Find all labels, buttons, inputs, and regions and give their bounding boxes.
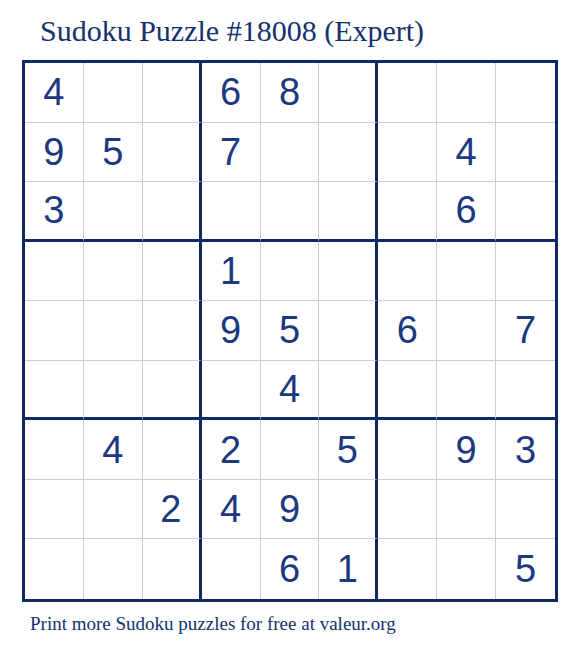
cell-r7c4: 2: [202, 420, 261, 480]
cell-r5c8[interactable]: [437, 301, 496, 361]
cell-r9c5: 6: [261, 539, 320, 599]
cell-r3c6[interactable]: [319, 182, 378, 242]
cell-r5c3[interactable]: [143, 301, 202, 361]
cell-r3c4[interactable]: [202, 182, 261, 242]
cell-r5c4: 9: [202, 301, 261, 361]
cell-r2c1: 9: [25, 123, 84, 183]
cell-r5c9: 7: [496, 301, 555, 361]
cell-r1c2[interactable]: [84, 63, 143, 123]
cell-r4c3[interactable]: [143, 242, 202, 302]
cell-r5c2[interactable]: [84, 301, 143, 361]
cell-r9c3[interactable]: [143, 539, 202, 599]
cell-r5c1[interactable]: [25, 301, 84, 361]
cell-r4c1[interactable]: [25, 242, 84, 302]
cell-r1c3[interactable]: [143, 63, 202, 123]
cell-r9c2[interactable]: [84, 539, 143, 599]
cell-r4c2[interactable]: [84, 242, 143, 302]
cell-r8c6[interactable]: [319, 480, 378, 540]
cell-r3c9[interactable]: [496, 182, 555, 242]
cell-r5c5: 5: [261, 301, 320, 361]
cell-r6c5: 4: [261, 361, 320, 421]
cell-r4c7[interactable]: [378, 242, 437, 302]
cell-r7c5[interactable]: [261, 420, 320, 480]
cell-r9c4[interactable]: [202, 539, 261, 599]
cell-r5c6[interactable]: [319, 301, 378, 361]
cell-r8c5: 9: [261, 480, 320, 540]
cell-r8c2[interactable]: [84, 480, 143, 540]
cell-r2c7[interactable]: [378, 123, 437, 183]
cell-r9c7[interactable]: [378, 539, 437, 599]
cell-r9c8[interactable]: [437, 539, 496, 599]
cell-r2c6[interactable]: [319, 123, 378, 183]
cell-r9c6: 1: [319, 539, 378, 599]
cell-r2c9[interactable]: [496, 123, 555, 183]
cell-r4c8[interactable]: [437, 242, 496, 302]
cell-r4c6[interactable]: [319, 242, 378, 302]
cell-r9c9: 5: [496, 539, 555, 599]
cell-r2c5[interactable]: [261, 123, 320, 183]
footer-text: Print more Sudoku puzzles for free at va…: [30, 613, 396, 635]
cell-r6c9[interactable]: [496, 361, 555, 421]
cell-r3c1: 3: [25, 182, 84, 242]
cell-r1c8[interactable]: [437, 63, 496, 123]
cell-r7c8: 9: [437, 420, 496, 480]
cell-r2c3[interactable]: [143, 123, 202, 183]
cell-r8c8[interactable]: [437, 480, 496, 540]
page-title: Sudoku Puzzle #18008 (Expert): [40, 14, 424, 48]
cell-r6c3[interactable]: [143, 361, 202, 421]
cell-r4c5[interactable]: [261, 242, 320, 302]
cell-r7c6: 5: [319, 420, 378, 480]
cell-r7c9: 3: [496, 420, 555, 480]
cell-r8c9[interactable]: [496, 480, 555, 540]
cell-r1c6[interactable]: [319, 63, 378, 123]
cell-r1c1: 4: [25, 63, 84, 123]
cell-r6c8[interactable]: [437, 361, 496, 421]
cell-r6c1[interactable]: [25, 361, 84, 421]
cell-r9c1[interactable]: [25, 539, 84, 599]
cell-r3c2[interactable]: [84, 182, 143, 242]
cell-r8c3: 2: [143, 480, 202, 540]
cell-r4c4: 1: [202, 242, 261, 302]
cell-r7c3[interactable]: [143, 420, 202, 480]
cell-r2c2: 5: [84, 123, 143, 183]
cell-r3c8: 6: [437, 182, 496, 242]
cell-r8c7[interactable]: [378, 480, 437, 540]
cell-r1c4: 6: [202, 63, 261, 123]
cell-r7c2: 4: [84, 420, 143, 480]
sudoku-board: 46895743619567442593249615: [22, 60, 558, 602]
cell-r3c5[interactable]: [261, 182, 320, 242]
cell-r1c7[interactable]: [378, 63, 437, 123]
cell-r7c1[interactable]: [25, 420, 84, 480]
cell-r7c7[interactable]: [378, 420, 437, 480]
cell-r8c1[interactable]: [25, 480, 84, 540]
cell-r6c6[interactable]: [319, 361, 378, 421]
cell-r8c4: 4: [202, 480, 261, 540]
cell-r1c5: 8: [261, 63, 320, 123]
cell-r3c7[interactable]: [378, 182, 437, 242]
cell-r2c8: 4: [437, 123, 496, 183]
cell-r6c7[interactable]: [378, 361, 437, 421]
cell-r3c3[interactable]: [143, 182, 202, 242]
cell-r1c9[interactable]: [496, 63, 555, 123]
cell-r5c7: 6: [378, 301, 437, 361]
cell-r6c2[interactable]: [84, 361, 143, 421]
cell-r2c4: 7: [202, 123, 261, 183]
cell-r6c4[interactable]: [202, 361, 261, 421]
cell-r4c9[interactable]: [496, 242, 555, 302]
